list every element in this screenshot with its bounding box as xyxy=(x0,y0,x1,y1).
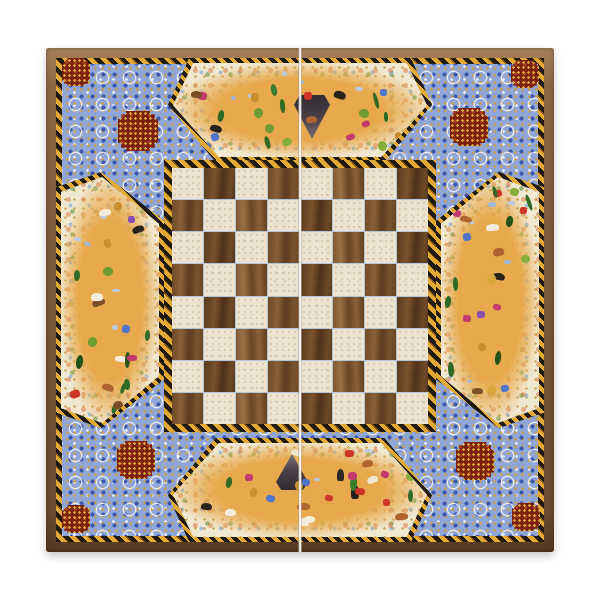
horse-icon xyxy=(459,215,472,223)
rider-icon xyxy=(492,303,501,311)
medallion-bottom-right-outer xyxy=(512,503,540,531)
square-d1[interactable] xyxy=(268,393,299,424)
square-d5[interactable] xyxy=(268,264,299,295)
autumn-tree-icon xyxy=(251,93,260,102)
rider-icon xyxy=(346,133,357,142)
rock-icon xyxy=(488,201,496,206)
square-d6[interactable] xyxy=(268,232,299,263)
medallion-top-left-inner xyxy=(118,111,158,151)
square-b1[interactable] xyxy=(204,393,235,424)
bush-icon xyxy=(509,187,520,197)
rider-icon xyxy=(245,474,253,481)
square-g2[interactable] xyxy=(365,361,396,392)
panel-left-hunting-scene xyxy=(56,172,164,428)
cypress-tree-icon xyxy=(372,92,381,109)
horse-icon xyxy=(225,508,236,515)
square-h3[interactable] xyxy=(397,329,428,360)
square-a7[interactable] xyxy=(172,200,203,231)
horse-icon xyxy=(361,459,373,468)
rock-icon xyxy=(112,324,119,329)
cypress-tree-icon xyxy=(452,277,458,291)
rider-icon xyxy=(265,494,276,503)
horse-icon xyxy=(333,89,347,100)
rider-icon xyxy=(383,499,391,506)
rock-icon xyxy=(74,236,82,241)
square-f7[interactable] xyxy=(333,200,364,231)
rock-icon xyxy=(467,379,473,383)
square-c1[interactable] xyxy=(236,393,267,424)
horse-icon xyxy=(91,293,104,301)
square-d8[interactable] xyxy=(268,168,299,199)
horse-icon xyxy=(486,223,499,230)
square-b2[interactable] xyxy=(204,361,235,392)
rider-icon xyxy=(348,472,357,480)
bush-icon xyxy=(103,266,114,276)
square-a2[interactable] xyxy=(172,361,203,392)
square-b4[interactable] xyxy=(204,297,235,328)
cypress-tree-icon xyxy=(75,355,84,370)
rider-icon xyxy=(355,488,365,496)
square-g8[interactable] xyxy=(365,168,396,199)
rock-icon xyxy=(355,86,363,91)
square-g1[interactable] xyxy=(365,393,396,424)
rider-icon xyxy=(463,232,472,241)
square-e6[interactable] xyxy=(301,232,332,263)
cypress-tree-icon xyxy=(447,362,453,377)
square-b6[interactable] xyxy=(204,232,235,263)
rider-icon xyxy=(325,494,334,502)
bush-icon xyxy=(263,123,274,135)
medallion-bottom-right-inner xyxy=(456,442,494,480)
rock-icon xyxy=(364,449,372,453)
square-h2[interactable] xyxy=(397,361,428,392)
square-c6[interactable] xyxy=(236,232,267,263)
board-hinge-seam xyxy=(298,48,302,552)
square-e7[interactable] xyxy=(301,200,332,231)
rider-icon xyxy=(126,355,136,361)
square-a8[interactable] xyxy=(172,168,203,199)
horse-icon xyxy=(101,382,115,392)
rock-icon xyxy=(282,70,288,76)
miniature-scene xyxy=(441,177,539,423)
square-h4[interactable] xyxy=(397,297,428,328)
horse-icon xyxy=(366,474,379,484)
bush-icon xyxy=(281,137,293,148)
square-g6[interactable] xyxy=(365,232,396,263)
rock-icon xyxy=(231,95,237,100)
rider-icon xyxy=(345,450,354,457)
square-b3[interactable] xyxy=(204,329,235,360)
square-f3[interactable] xyxy=(333,329,364,360)
autumn-tree-icon xyxy=(486,384,497,397)
cypress-tree-icon xyxy=(264,135,273,149)
square-b7[interactable] xyxy=(204,200,235,231)
square-f1[interactable] xyxy=(333,393,364,424)
autumn-tree-icon xyxy=(103,238,113,249)
square-c5[interactable] xyxy=(236,264,267,295)
cypress-tree-icon xyxy=(505,216,514,228)
horse-icon xyxy=(190,91,202,99)
medallion-top-right-inner xyxy=(450,108,488,146)
square-d7[interactable] xyxy=(268,200,299,231)
square-f4[interactable] xyxy=(333,297,364,328)
square-g4[interactable] xyxy=(365,297,396,328)
cypress-tree-icon xyxy=(73,270,80,281)
square-c3[interactable] xyxy=(236,329,267,360)
medallion-bottom-left-inner xyxy=(117,441,155,479)
panel-right-hunting-scene xyxy=(436,172,544,428)
square-b5[interactable] xyxy=(204,264,235,295)
autumn-tree-icon xyxy=(250,488,258,497)
bush-icon xyxy=(87,336,98,348)
square-h7[interactable] xyxy=(397,200,428,231)
cypress-tree-icon xyxy=(279,99,286,113)
cypress-tree-icon xyxy=(216,109,224,122)
cypress-tree-icon xyxy=(123,379,129,390)
rider-icon xyxy=(462,314,470,322)
square-f2[interactable] xyxy=(333,361,364,392)
square-c8[interactable] xyxy=(236,168,267,199)
rock-icon xyxy=(100,215,108,219)
horse-icon xyxy=(132,224,145,234)
cypress-tree-icon xyxy=(444,296,451,309)
square-f8[interactable] xyxy=(333,168,364,199)
square-e3[interactable] xyxy=(301,329,332,360)
stone-dome-icon xyxy=(337,469,344,481)
cypress-tree-icon xyxy=(494,350,502,365)
rider-icon xyxy=(210,132,220,142)
horse-icon xyxy=(303,515,316,524)
rock-icon xyxy=(504,260,511,264)
rider-icon xyxy=(127,216,135,224)
autumn-tree-icon xyxy=(113,201,123,212)
square-e4[interactable] xyxy=(301,297,332,328)
square-g7[interactable] xyxy=(365,200,396,231)
rider-icon xyxy=(361,120,370,129)
square-a5[interactable] xyxy=(172,264,203,295)
square-g3[interactable] xyxy=(365,329,396,360)
medallion-bottom-left-outer xyxy=(62,505,90,533)
rider-icon xyxy=(500,384,509,393)
rider-icon xyxy=(381,470,391,479)
rider-icon xyxy=(520,207,528,215)
square-d2[interactable] xyxy=(268,361,299,392)
square-e2[interactable] xyxy=(301,361,332,392)
square-e1[interactable] xyxy=(301,393,332,424)
cypress-tree-icon xyxy=(225,476,233,488)
square-c7[interactable] xyxy=(236,200,267,231)
miniature-scene xyxy=(61,177,159,423)
rider-icon xyxy=(122,324,131,333)
square-h1[interactable] xyxy=(397,393,428,424)
bush-icon xyxy=(377,140,388,152)
square-a4[interactable] xyxy=(172,297,203,328)
cypress-tree-icon xyxy=(145,330,151,342)
square-d3[interactable] xyxy=(268,329,299,360)
square-a3[interactable] xyxy=(172,329,203,360)
square-a1[interactable] xyxy=(172,393,203,424)
square-c4[interactable] xyxy=(236,297,267,328)
medallion-top-right-outer xyxy=(511,60,539,88)
cypress-tree-icon xyxy=(270,83,279,96)
square-d4[interactable] xyxy=(268,297,299,328)
rider-icon xyxy=(304,91,313,100)
square-e5[interactable] xyxy=(301,264,332,295)
autumn-tree-icon xyxy=(487,274,497,285)
horse-icon xyxy=(201,503,213,511)
board-photo xyxy=(0,0,600,600)
rock-icon xyxy=(314,478,320,482)
square-b8[interactable] xyxy=(204,168,235,199)
rider-icon xyxy=(379,89,386,97)
square-f5[interactable] xyxy=(333,264,364,295)
autumn-tree-icon xyxy=(477,342,487,352)
rock-icon xyxy=(112,289,120,292)
cypress-tree-icon xyxy=(408,490,413,502)
bush-icon xyxy=(521,255,531,264)
autumn-tree-icon xyxy=(394,131,403,142)
square-h6[interactable] xyxy=(397,232,428,263)
square-h8[interactable] xyxy=(397,168,428,199)
bush-icon xyxy=(253,108,264,120)
square-f6[interactable] xyxy=(333,232,364,263)
square-g5[interactable] xyxy=(365,264,396,295)
horse-icon xyxy=(112,400,124,411)
square-c2[interactable] xyxy=(236,361,267,392)
square-a6[interactable] xyxy=(172,232,203,263)
horse-icon xyxy=(492,247,504,257)
rider-icon xyxy=(477,311,485,318)
horse-icon xyxy=(209,123,222,133)
square-e8[interactable] xyxy=(301,168,332,199)
square-h5[interactable] xyxy=(397,264,428,295)
rock-icon xyxy=(508,200,515,205)
medallion-top-left-outer xyxy=(62,58,90,86)
rock-icon xyxy=(83,241,91,247)
rider-icon xyxy=(69,389,80,399)
horse-icon xyxy=(471,388,482,395)
cypress-tree-icon xyxy=(383,112,388,123)
horse-icon xyxy=(394,512,407,520)
bush-icon xyxy=(358,108,370,119)
